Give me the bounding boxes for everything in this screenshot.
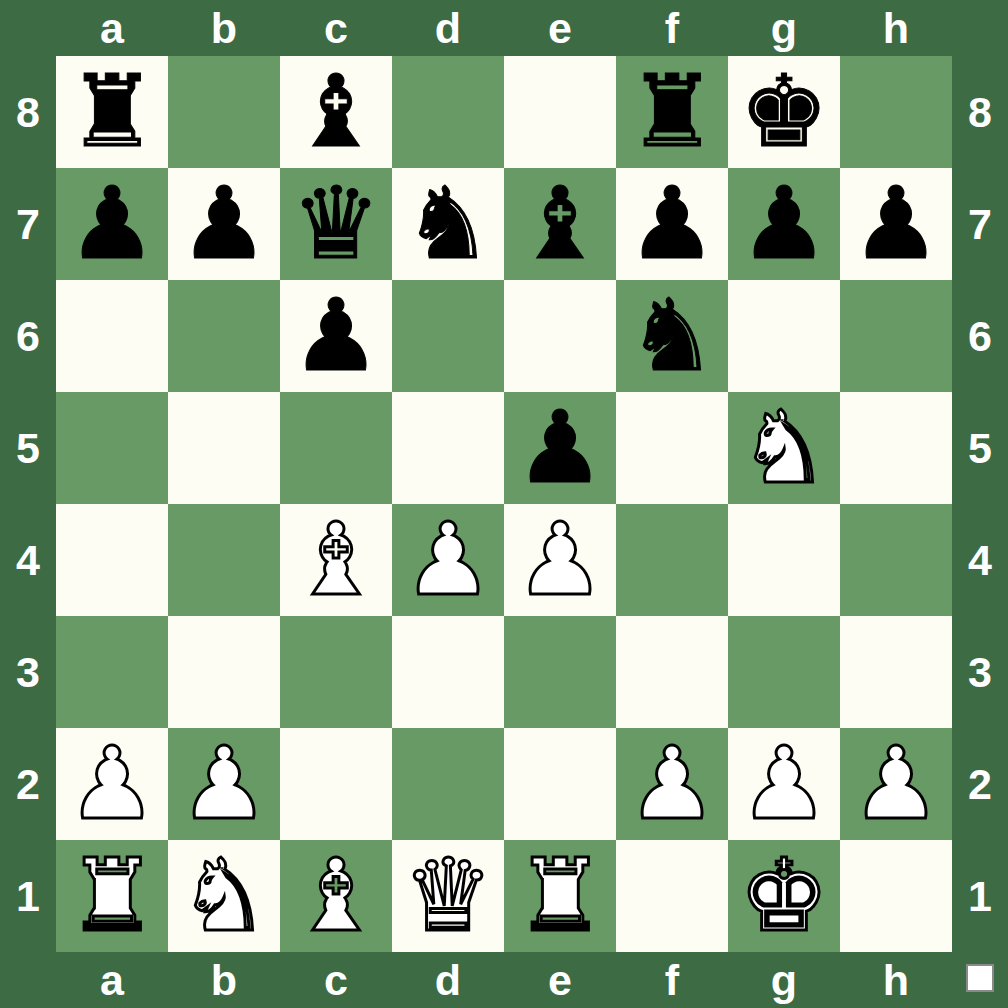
file-label-c: c (280, 952, 392, 1008)
file-label-d: d (392, 0, 504, 56)
square-e8[interactable] (504, 56, 616, 168)
rank-label-3: 3 (0, 616, 56, 728)
white-rook-a1[interactable]: ♜ (67, 840, 157, 952)
square-f2[interactable]: ♟ (616, 728, 728, 840)
black-king-g8[interactable]: ♚ (739, 56, 829, 168)
square-b1[interactable]: ♞ (168, 840, 280, 952)
rank-label-3: 3 (952, 616, 1008, 728)
square-a3[interactable] (56, 616, 168, 728)
square-h2[interactable]: ♟ (840, 728, 952, 840)
square-g2[interactable]: ♟ (728, 728, 840, 840)
white-rook-e1[interactable]: ♜ (515, 840, 605, 952)
rank-label-2: 2 (0, 728, 56, 840)
square-g6[interactable] (728, 280, 840, 392)
rank-label-1: 1 (952, 840, 1008, 952)
square-d3[interactable] (392, 616, 504, 728)
file-label-b: b (168, 0, 280, 56)
black-pawn-e5[interactable]: ♟ (515, 392, 605, 504)
square-b8[interactable] (168, 56, 280, 168)
rank-label-7: 7 (0, 168, 56, 280)
square-d7[interactable]: ♞ (392, 168, 504, 280)
file-label-g: g (728, 0, 840, 56)
square-f5[interactable] (616, 392, 728, 504)
square-h7[interactable]: ♟ (840, 168, 952, 280)
square-d1[interactable]: ♛ (392, 840, 504, 952)
rank-label-4: 4 (0, 504, 56, 616)
rank-label-2: 2 (952, 728, 1008, 840)
square-e6[interactable] (504, 280, 616, 392)
black-knight-d7[interactable]: ♞ (403, 168, 493, 280)
square-f7[interactable]: ♟ (616, 168, 728, 280)
rank-labels-left: 87654321 (0, 56, 56, 952)
square-a8[interactable]: ♜ (56, 56, 168, 168)
white-bishop-c1[interactable]: ♝ (291, 840, 381, 952)
square-a6[interactable] (56, 280, 168, 392)
square-e3[interactable] (504, 616, 616, 728)
black-pawn-a7[interactable]: ♟ (67, 168, 157, 280)
white-knight-g5[interactable]: ♞ (739, 392, 829, 504)
square-f1[interactable] (616, 840, 728, 952)
white-pawn-a2[interactable]: ♟ (67, 728, 157, 840)
file-label-f: f (616, 0, 728, 56)
white-pawn-d4[interactable]: ♟ (403, 504, 493, 616)
file-label-c: c (280, 0, 392, 56)
square-a4[interactable] (56, 504, 168, 616)
rank-label-5: 5 (952, 392, 1008, 504)
rank-label-6: 6 (952, 280, 1008, 392)
square-g3[interactable] (728, 616, 840, 728)
square-b7[interactable]: ♟ (168, 168, 280, 280)
square-b5[interactable] (168, 392, 280, 504)
square-h8[interactable] (840, 56, 952, 168)
square-f8[interactable]: ♜ (616, 56, 728, 168)
file-label-b: b (168, 952, 280, 1008)
rank-labels-right: 87654321 (952, 56, 1008, 952)
square-d6[interactable] (392, 280, 504, 392)
file-label-d: d (392, 952, 504, 1008)
black-pawn-c6[interactable]: ♟ (291, 280, 381, 392)
square-h4[interactable] (840, 504, 952, 616)
black-queen-c7[interactable]: ♛ (291, 168, 381, 280)
square-d5[interactable] (392, 392, 504, 504)
chess-board: ♜♝♜♚♟♟♛♞♝♟♟♟♟♞♟♞♝♟♟♟♟♟♟♟♜♞♝♛♜♚ (56, 56, 952, 952)
file-label-e: e (504, 952, 616, 1008)
square-g5[interactable]: ♞ (728, 392, 840, 504)
white-king-g1[interactable]: ♚ (739, 840, 829, 952)
square-c7[interactable]: ♛ (280, 168, 392, 280)
white-pawn-e4[interactable]: ♟ (515, 504, 605, 616)
square-e4[interactable]: ♟ (504, 504, 616, 616)
black-pawn-b7[interactable]: ♟ (179, 168, 269, 280)
square-e1[interactable]: ♜ (504, 840, 616, 952)
file-label-g: g (728, 952, 840, 1008)
square-h6[interactable] (840, 280, 952, 392)
black-bishop-e7[interactable]: ♝ (515, 168, 605, 280)
square-g8[interactable]: ♚ (728, 56, 840, 168)
square-d2[interactable] (392, 728, 504, 840)
rank-label-1: 1 (0, 840, 56, 952)
white-pawn-g2[interactable]: ♟ (739, 728, 829, 840)
rank-label-6: 6 (0, 280, 56, 392)
file-label-e: e (504, 0, 616, 56)
white-queen-d1[interactable]: ♛ (403, 840, 493, 952)
file-label-h: h (840, 0, 952, 56)
black-knight-f6[interactable]: ♞ (627, 280, 717, 392)
rank-label-8: 8 (0, 56, 56, 168)
black-pawn-h7[interactable]: ♟ (851, 168, 941, 280)
white-pawn-h2[interactable]: ♟ (851, 728, 941, 840)
square-d8[interactable] (392, 56, 504, 168)
black-pawn-g7[interactable]: ♟ (739, 168, 829, 280)
white-to-move-indicator (966, 964, 994, 992)
white-knight-b1[interactable]: ♞ (179, 840, 269, 952)
black-pawn-f7[interactable]: ♟ (627, 168, 717, 280)
rank-label-8: 8 (952, 56, 1008, 168)
square-c1[interactable]: ♝ (280, 840, 392, 952)
chess-board-frame: abcdefgh abcdefgh 87654321 87654321 ♜♝♜♚… (0, 0, 1008, 1008)
square-a1[interactable]: ♜ (56, 840, 168, 952)
file-label-a: a (56, 952, 168, 1008)
square-d4[interactable]: ♟ (392, 504, 504, 616)
square-a5[interactable] (56, 392, 168, 504)
square-e5[interactable]: ♟ (504, 392, 616, 504)
square-c2[interactable] (280, 728, 392, 840)
square-b3[interactable] (168, 616, 280, 728)
square-b4[interactable] (168, 504, 280, 616)
square-f3[interactable] (616, 616, 728, 728)
square-h5[interactable] (840, 392, 952, 504)
file-label-f: f (616, 952, 728, 1008)
rank-label-5: 5 (0, 392, 56, 504)
square-h3[interactable] (840, 616, 952, 728)
square-c6[interactable]: ♟ (280, 280, 392, 392)
black-rook-f8[interactable]: ♜ (627, 56, 717, 168)
black-bishop-c8[interactable]: ♝ (291, 56, 381, 168)
black-rook-a8[interactable]: ♜ (67, 56, 157, 168)
square-b6[interactable] (168, 280, 280, 392)
white-bishop-c4[interactable]: ♝ (291, 504, 381, 616)
square-g4[interactable] (728, 504, 840, 616)
square-e2[interactable] (504, 728, 616, 840)
white-pawn-b2[interactable]: ♟ (179, 728, 269, 840)
rank-label-4: 4 (952, 504, 1008, 616)
square-c4[interactable]: ♝ (280, 504, 392, 616)
square-g7[interactable]: ♟ (728, 168, 840, 280)
square-c5[interactable] (280, 392, 392, 504)
square-b2[interactable]: ♟ (168, 728, 280, 840)
file-label-a: a (56, 0, 168, 56)
file-label-h: h (840, 952, 952, 1008)
square-f6[interactable]: ♞ (616, 280, 728, 392)
rank-label-7: 7 (952, 168, 1008, 280)
square-g1[interactable]: ♚ (728, 840, 840, 952)
file-labels-top: abcdefgh (56, 0, 952, 56)
square-f4[interactable] (616, 504, 728, 616)
square-h1[interactable] (840, 840, 952, 952)
square-c8[interactable]: ♝ (280, 56, 392, 168)
square-c3[interactable] (280, 616, 392, 728)
square-e7[interactable]: ♝ (504, 168, 616, 280)
square-a2[interactable]: ♟ (56, 728, 168, 840)
white-pawn-f2[interactable]: ♟ (627, 728, 717, 840)
square-a7[interactable]: ♟ (56, 168, 168, 280)
file-labels-bottom: abcdefgh (56, 952, 952, 1008)
